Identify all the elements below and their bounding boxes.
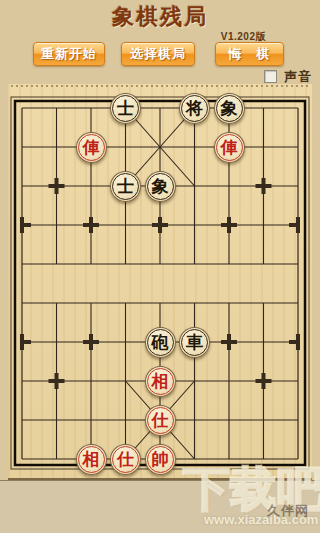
board-point: 砲 bbox=[143, 323, 178, 362]
select-game-button[interactable]: 选择棋局 bbox=[121, 42, 195, 66]
piece-red-chariot[interactable]: 俥 bbox=[76, 132, 107, 163]
board-point: 象 bbox=[212, 89, 247, 128]
app-title: 象棋残局 bbox=[112, 2, 208, 32]
board-point: 仕 bbox=[108, 440, 143, 479]
piece-black-advisor[interactable]: 士 bbox=[110, 93, 141, 124]
piece-red-advisor[interactable]: 仕 bbox=[110, 444, 141, 475]
piece-black-elephant[interactable]: 象 bbox=[145, 171, 176, 202]
sound-label: 声音 bbox=[284, 68, 312, 86]
board-point: 相 bbox=[143, 362, 178, 401]
board-point: 俥 bbox=[74, 128, 109, 167]
piece-red-elephant[interactable]: 相 bbox=[76, 444, 107, 475]
board-point: 将 bbox=[177, 89, 212, 128]
restart-button[interactable]: 重新开始 bbox=[33, 42, 105, 66]
pieces-layer: 士将象俥俥士象砲車相仕相仕帥 bbox=[5, 89, 316, 479]
piece-black-elephant[interactable]: 象 bbox=[214, 93, 245, 124]
bottom-strip bbox=[0, 480, 320, 533]
board-point: 車 bbox=[177, 323, 212, 362]
piece-red-elephant[interactable]: 相 bbox=[145, 366, 176, 397]
piece-black-cannon[interactable]: 砲 bbox=[145, 327, 176, 358]
sound-row: 声音 bbox=[0, 69, 312, 84]
piece-black-chariot[interactable]: 車 bbox=[179, 327, 210, 358]
board-point: 士 bbox=[108, 167, 143, 206]
sound-checkbox[interactable] bbox=[264, 70, 277, 83]
xiangqi-board[interactable]: 士将象俥俥士象砲車相仕相仕帥 bbox=[8, 84, 312, 480]
board-point: 仕 bbox=[143, 401, 178, 440]
board-point: 象 bbox=[143, 167, 178, 206]
piece-black-general[interactable]: 将 bbox=[179, 93, 210, 124]
app-window: 象棋残局 V1.202版 重新开始 选择棋局 悔 棋 声音 士将象俥俥士象砲車相… bbox=[0, 0, 320, 533]
piece-red-general[interactable]: 帥 bbox=[145, 444, 176, 475]
undo-button[interactable]: 悔 棋 bbox=[215, 42, 284, 66]
piece-red-chariot[interactable]: 俥 bbox=[214, 132, 245, 163]
piece-black-advisor[interactable]: 士 bbox=[110, 171, 141, 202]
header: 象棋残局 V1.202版 bbox=[0, 2, 320, 44]
board-point: 相 bbox=[74, 440, 109, 479]
board-point: 士 bbox=[108, 89, 143, 128]
board-point: 帥 bbox=[143, 440, 178, 479]
board-point: 俥 bbox=[212, 128, 247, 167]
piece-red-advisor[interactable]: 仕 bbox=[145, 405, 176, 436]
